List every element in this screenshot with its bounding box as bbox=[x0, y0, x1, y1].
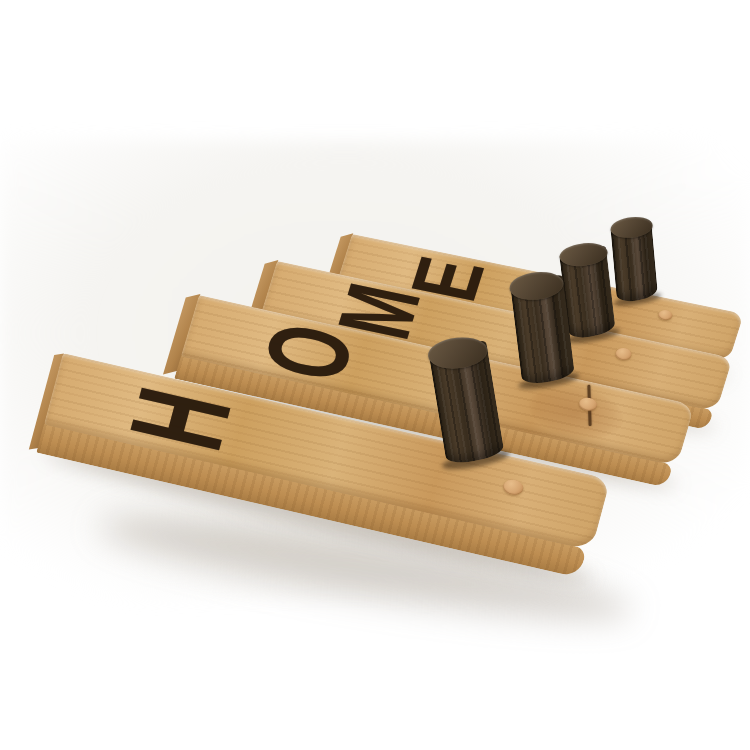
dowel-plug bbox=[502, 478, 525, 497]
product-photo: E M O bbox=[0, 0, 750, 750]
dowel-plug bbox=[657, 309, 674, 321]
wooden-peg bbox=[610, 220, 658, 304]
dowel-plug bbox=[614, 347, 633, 362]
